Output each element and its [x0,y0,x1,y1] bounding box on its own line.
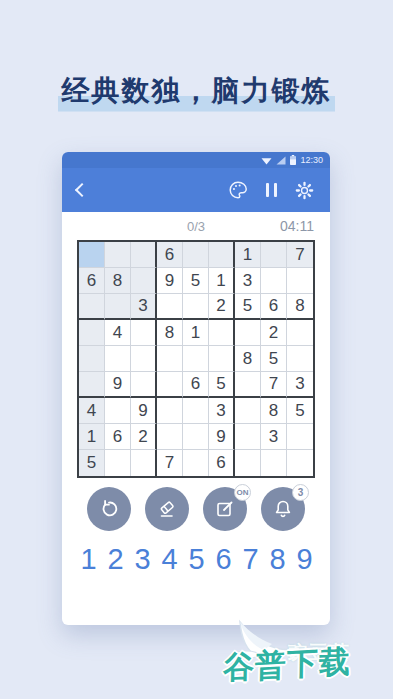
cell-r5c6[interactable] [209,346,235,372]
notes-on-badge: ON [234,484,251,501]
numpad-9[interactable]: 9 [297,543,312,576]
cell-r6c5[interactable]: 6 [183,372,209,398]
cell-r2c7[interactable]: 3 [235,268,261,294]
wifi-icon [261,156,272,165]
cell-r8c3[interactable]: 2 [131,424,157,450]
cell-r5c4[interactable] [157,346,183,372]
cell-r8c9[interactable] [287,424,313,450]
cell-r9c4[interactable]: 7 [157,450,183,476]
cell-r7c7[interactable] [235,398,261,424]
status-time: 12:30 [300,155,323,165]
cell-r3c7[interactable]: 5 [235,294,261,320]
back-icon[interactable] [75,183,89,197]
undo-button[interactable] [87,487,131,531]
cell-r6c8[interactable]: 7 [261,372,287,398]
hint-count-badge: 3 [292,484,309,501]
numpad-1[interactable]: 1 [81,543,96,576]
cell-r1c2[interactable] [105,242,131,268]
pause-icon[interactable] [266,183,277,197]
cell-r1c9[interactable]: 7 [287,242,313,268]
cell-r8c8[interactable]: 3 [261,424,287,450]
cell-r2c2[interactable]: 8 [105,268,131,294]
cell-r2c3[interactable] [131,268,157,294]
signal-icon [276,156,286,165]
cell-r6c9[interactable]: 3 [287,372,313,398]
cell-r7c3[interactable]: 9 [131,398,157,424]
page-title-text: 经典数独，脑力锻炼 [57,75,337,112]
cell-r9c2[interactable] [105,450,131,476]
numpad-4[interactable]: 4 [162,543,177,576]
cell-r3c4[interactable] [157,294,183,320]
cell-r4c6[interactable] [209,320,235,346]
cell-r7c5[interactable] [183,398,209,424]
toolbar: ON 3 [62,487,330,531]
cell-r1c6[interactable] [209,242,235,268]
cell-r4c7[interactable] [235,320,261,346]
cell-r5c5[interactable] [183,346,209,372]
cell-r5c2[interactable] [105,346,131,372]
page-title: 经典数独，脑力锻炼 [0,72,393,110]
notes-button[interactable]: ON [203,487,247,531]
cell-r9c9[interactable] [287,450,313,476]
palette-icon[interactable] [227,179,249,201]
eraser-icon [155,497,179,521]
cell-r2c5[interactable]: 5 [183,268,209,294]
cell-r6c1[interactable] [79,372,105,398]
cell-r3c6[interactable]: 2 [209,294,235,320]
cell-r4c5[interactable]: 1 [183,320,209,346]
cell-r6c7[interactable] [235,372,261,398]
cell-r9c6[interactable]: 6 [209,450,235,476]
cell-r6c2[interactable]: 9 [105,372,131,398]
cell-r1c4[interactable]: 6 [157,242,183,268]
cell-r7c1[interactable]: 4 [79,398,105,424]
cell-r3c1[interactable] [79,294,105,320]
numpad-8[interactable]: 8 [270,543,285,576]
numpad-7[interactable]: 7 [243,543,258,576]
cell-r3c8[interactable]: 6 [261,294,287,320]
numpad: 123456789 [62,543,330,576]
notes-icon [213,497,237,521]
cell-r7c2[interactable] [105,398,131,424]
bell-icon [271,497,295,521]
cell-r9c5[interactable] [183,450,209,476]
cell-r8c2[interactable]: 6 [105,424,131,450]
watermark-brand-large: 谷普下载 [223,641,352,690]
cell-r5c7[interactable]: 8 [235,346,261,372]
status-bar: 12:30 [62,152,330,168]
cell-r3c5[interactable] [183,294,209,320]
undo-icon [97,497,121,521]
cell-r1c3[interactable] [131,242,157,268]
cell-r1c8[interactable] [261,242,287,268]
cell-r8c5[interactable] [183,424,209,450]
cell-r8c1[interactable]: 1 [79,424,105,450]
cell-r2c6[interactable]: 1 [209,268,235,294]
numpad-2[interactable]: 2 [108,543,123,576]
cell-r1c1[interactable] [79,242,105,268]
numpad-3[interactable]: 3 [135,543,150,576]
hint-button[interactable]: 3 [261,487,305,531]
cell-r4c1[interactable] [79,320,105,346]
cell-r7c9[interactable]: 5 [287,398,313,424]
cell-r9c8[interactable] [261,450,287,476]
numpad-6[interactable]: 6 [216,543,231,576]
cell-r2c1[interactable]: 6 [79,268,105,294]
game-timer: 04:11 [280,218,314,234]
phone-mockup: 12:30 0/3 [62,152,330,625]
cell-r8c4[interactable] [157,424,183,450]
cell-r8c7[interactable] [235,424,261,450]
numpad-5[interactable]: 5 [189,543,204,576]
cell-r9c7[interactable] [235,450,261,476]
sudoku-grid: 61768951332568481285965734938516293576 [77,240,315,478]
cell-r8c6[interactable]: 9 [209,424,235,450]
cell-r4c8[interactable]: 2 [261,320,287,346]
cell-r7c4[interactable] [157,398,183,424]
cell-r5c3[interactable] [131,346,157,372]
cell-r6c3[interactable] [131,372,157,398]
cell-r4c3[interactable] [131,320,157,346]
eraser-button[interactable] [145,487,189,531]
cell-r6c4[interactable] [157,372,183,398]
cell-r7c8[interactable]: 8 [261,398,287,424]
cell-r3c9[interactable]: 8 [287,294,313,320]
cell-r5c1[interactable] [79,346,105,372]
cell-r4c9[interactable] [287,320,313,346]
battery-icon [290,155,296,165]
cell-r2c8[interactable] [261,268,287,294]
cell-r9c3[interactable] [131,450,157,476]
settings-icon[interactable] [294,180,315,201]
cell-r3c2[interactable] [105,294,131,320]
cell-r2c4[interactable]: 9 [157,268,183,294]
info-row: 0/3 04:11 [62,212,330,240]
cell-r5c8[interactable]: 5 [261,346,287,372]
cell-r1c5[interactable] [183,242,209,268]
cell-r5c9[interactable] [287,346,313,372]
cell-r6c6[interactable]: 5 [209,372,235,398]
cell-r3c3[interactable]: 3 [131,294,157,320]
cell-r4c4[interactable]: 8 [157,320,183,346]
app-bar [62,168,330,212]
cell-r4c2[interactable]: 4 [105,320,131,346]
cell-r7c6[interactable]: 3 [209,398,235,424]
cell-r1c7[interactable]: 1 [235,242,261,268]
cell-r9c1[interactable]: 5 [79,450,105,476]
cell-r2c9[interactable] [287,268,313,294]
